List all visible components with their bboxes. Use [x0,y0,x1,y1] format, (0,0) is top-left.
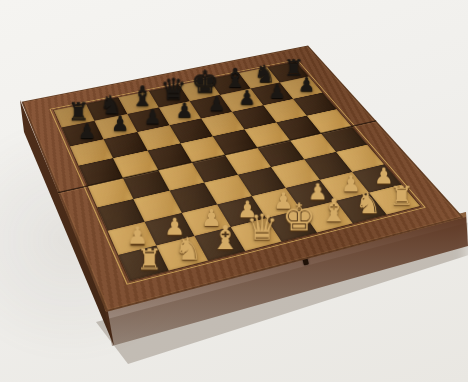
piece-white-knight: ♞ [174,233,202,264]
piece-white-bishop: ♝ [211,222,241,255]
square-c5 [147,143,192,170]
photo-of-chess-set: ♜♞♝♛♚♝♞♜♟♟♟♟♟♟♟♟♟♟♟♟♟♟♟♟♜♞♝♛♚♝♞♜ [0,0,468,382]
piece-black-pawn: ♟ [176,101,194,121]
piece-black-pawn: ♟ [207,94,225,114]
piece-white-queen: ♛ [246,209,278,245]
piece-white-rook: ♜ [390,182,414,209]
piece-black-pawn: ♟ [298,76,315,95]
piece-black-pawn: ♟ [238,88,256,108]
piece-black-pawn: ♟ [111,114,129,134]
piece-black-pawn: ♟ [144,107,162,127]
piece-black-pawn: ♟ [77,121,95,142]
piece-white-knight: ♞ [355,189,381,218]
piece-white-king: ♚ [282,198,316,236]
piece-white-bishop: ♝ [320,195,349,227]
piece-white-rook: ♜ [136,245,162,274]
piece-black-pawn: ♟ [268,82,285,101]
